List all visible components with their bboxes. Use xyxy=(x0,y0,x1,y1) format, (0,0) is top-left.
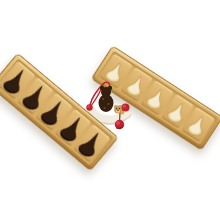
chocolate-box-photo xyxy=(0,0,220,220)
chocolate-figure xyxy=(99,86,114,112)
mini-bear-head-icon xyxy=(114,105,122,113)
